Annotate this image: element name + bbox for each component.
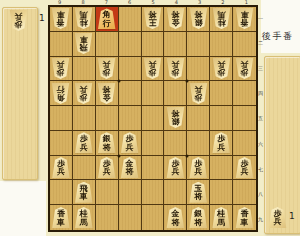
- square-99[interactable]: 香車: [50, 205, 73, 230]
- piece-sente-金将-49[interactable]: 金将: [166, 207, 185, 228]
- piece-sente-歩兵-97[interactable]: 歩兵: [51, 157, 70, 178]
- square-94[interactable]: 角行: [50, 81, 73, 106]
- piece-sente-歩兵-26[interactable]: 歩兵: [212, 132, 231, 153]
- square-61[interactable]: [119, 7, 142, 32]
- piece-gote-歩兵-93[interactable]: 歩兵: [51, 58, 70, 79]
- square-88[interactable]: 飛車: [73, 180, 96, 205]
- square-82[interactable]: 飛車: [73, 32, 96, 57]
- hoshi-dot: [186, 154, 189, 157]
- square-11[interactable]: 香車: [233, 7, 256, 32]
- square-58[interactable]: [142, 180, 165, 205]
- piece-gote-香車-91[interactable]: 香車: [51, 8, 70, 29]
- piece-sente-歩兵[interactable]: 歩兵: [268, 207, 287, 228]
- square-56[interactable]: [142, 131, 165, 156]
- square-96[interactable]: [50, 131, 73, 156]
- rank-label-5: 五: [257, 106, 264, 131]
- square-83[interactable]: [73, 57, 96, 82]
- square-95[interactable]: [50, 106, 73, 131]
- square-98[interactable]: [50, 180, 73, 205]
- piece-gote-歩兵-13[interactable]: 歩兵: [235, 58, 254, 79]
- piece-gote-王将-51[interactable]: 王将: [143, 8, 162, 29]
- hoshi-dot: [117, 80, 120, 83]
- piece-sente-銀将-76[interactable]: 銀将: [97, 132, 116, 153]
- piece-sente-歩兵-47[interactable]: 歩兵: [166, 157, 185, 178]
- square-35[interactable]: [187, 106, 210, 131]
- square-62[interactable]: [119, 32, 142, 57]
- piece-gote-歩兵-34[interactable]: 歩兵: [189, 83, 208, 104]
- piece-gote-歩兵[interactable]: 歩兵: [9, 10, 28, 31]
- square-49[interactable]: 金将: [164, 205, 187, 230]
- gote-hand-piece-slot: 歩兵: [9, 10, 28, 31]
- sente-hand-count: 1: [289, 211, 295, 221]
- square-57[interactable]: [142, 156, 165, 181]
- square-32[interactable]: [187, 32, 210, 57]
- sente-hand-piece-slot: 歩兵: [268, 207, 287, 228]
- square-26[interactable]: 歩兵: [210, 131, 233, 156]
- square-59[interactable]: [142, 205, 165, 230]
- piece-sente-角行-71[interactable]: 角行: [97, 8, 116, 29]
- square-78[interactable]: [96, 180, 119, 205]
- square-97[interactable]: 歩兵: [50, 156, 73, 181]
- square-16[interactable]: [233, 131, 256, 156]
- square-86[interactable]: 歩兵: [73, 131, 96, 156]
- square-63[interactable]: [119, 57, 142, 82]
- square-68[interactable]: [119, 180, 142, 205]
- square-38[interactable]: 玉将: [187, 180, 210, 205]
- piece-gote-銀将-31[interactable]: 銀将: [189, 8, 208, 29]
- square-25[interactable]: [210, 106, 233, 131]
- square-14[interactable]: [233, 81, 256, 106]
- piece-sente-歩兵-86[interactable]: 歩兵: [74, 132, 93, 153]
- square-34[interactable]: 歩兵: [187, 81, 210, 106]
- rank-label-8: 八: [257, 182, 264, 207]
- rank-label-9: 九: [257, 207, 264, 232]
- square-31[interactable]: 銀将: [187, 7, 210, 32]
- hoshi-dot: [117, 154, 120, 157]
- background-panel: [261, 0, 300, 53]
- square-33[interactable]: [187, 57, 210, 82]
- square-87[interactable]: [73, 156, 96, 181]
- square-84[interactable]: 歩兵: [73, 81, 96, 106]
- square-85[interactable]: [73, 106, 96, 131]
- square-92[interactable]: [50, 32, 73, 57]
- square-46[interactable]: [164, 131, 187, 156]
- background-panel: [0, 181, 46, 236]
- piece-gote-歩兵-43[interactable]: 歩兵: [166, 58, 185, 79]
- square-89[interactable]: 桂馬: [73, 205, 96, 230]
- square-69[interactable]: [119, 205, 142, 230]
- square-36[interactable]: [187, 131, 210, 156]
- square-74[interactable]: 金将: [96, 81, 119, 106]
- square-73[interactable]: 歩兵: [96, 57, 119, 82]
- piece-gote-角行-94[interactable]: 角行: [51, 83, 70, 104]
- square-18[interactable]: [233, 180, 256, 205]
- square-23[interactable]: 歩兵: [210, 57, 233, 82]
- square-39[interactable]: 銀将: [187, 205, 210, 230]
- piece-sente-香車-19[interactable]: 香車: [235, 207, 254, 228]
- square-66[interactable]: 歩兵: [119, 131, 142, 156]
- piece-gote-銀将-45[interactable]: 銀将: [166, 107, 185, 128]
- square-54[interactable]: [142, 81, 165, 106]
- square-22[interactable]: [210, 32, 233, 57]
- square-71[interactable]: 角行: [96, 7, 119, 32]
- square-81[interactable]: 桂馬: [73, 7, 96, 32]
- square-67[interactable]: 金将: [119, 156, 142, 181]
- square-51[interactable]: 王将: [142, 7, 165, 32]
- shogi-app: 987654321 一二三四五六七八九 香車桂馬角行王将金将銀将桂馬香車飛車歩兵…: [0, 0, 300, 236]
- piece-sente-歩兵-37[interactable]: 歩兵: [189, 157, 208, 178]
- square-24[interactable]: [210, 81, 233, 106]
- square-75[interactable]: [96, 106, 119, 131]
- rank-label-4: 四: [257, 81, 264, 106]
- square-41[interactable]: 金将: [164, 7, 187, 32]
- piece-gote-歩兵-84[interactable]: 歩兵: [74, 83, 93, 104]
- rank-label-7: 七: [257, 156, 264, 181]
- square-13[interactable]: 歩兵: [233, 57, 256, 82]
- piece-sente-歩兵-66[interactable]: 歩兵: [120, 132, 139, 153]
- square-21[interactable]: 桂馬: [210, 7, 233, 32]
- square-37[interactable]: 歩兵: [187, 156, 210, 181]
- turn-indicator: 後手番: [262, 30, 294, 43]
- rank-label-3: 三: [257, 55, 264, 80]
- square-15[interactable]: [233, 106, 256, 131]
- piece-gote-金将-41[interactable]: 金将: [166, 8, 185, 29]
- square-27[interactable]: [210, 156, 233, 181]
- square-76[interactable]: 銀将: [96, 131, 119, 156]
- square-93[interactable]: 歩兵: [50, 57, 73, 82]
- square-91[interactable]: 香車: [50, 7, 73, 32]
- piece-sente-歩兵-17[interactable]: 歩兵: [235, 157, 254, 178]
- square-64[interactable]: [119, 81, 142, 106]
- piece-gote-金将-74[interactable]: 金将: [97, 83, 116, 104]
- piece-gote-桂馬-21[interactable]: 桂馬: [212, 8, 231, 29]
- square-28[interactable]: [210, 180, 233, 205]
- square-52[interactable]: [142, 32, 165, 57]
- rank-label-1: 一: [257, 5, 264, 30]
- square-42[interactable]: [164, 32, 187, 57]
- gote-hand-tray: [2, 7, 38, 180]
- piece-gote-歩兵-53[interactable]: 歩兵: [143, 58, 162, 79]
- piece-sente-金将-67[interactable]: 金将: [120, 157, 139, 178]
- piece-sente-桂馬-89[interactable]: 桂馬: [74, 207, 93, 228]
- square-44[interactable]: [164, 81, 187, 106]
- square-65[interactable]: [119, 106, 142, 131]
- square-48[interactable]: [164, 180, 187, 205]
- square-79[interactable]: [96, 205, 119, 230]
- board-grid: 香車桂馬角行王将金将銀将桂馬香車飛車歩兵歩兵歩兵歩兵歩兵歩兵角行歩兵金将歩兵銀将…: [48, 5, 258, 232]
- piece-gote-歩兵-73[interactable]: 歩兵: [97, 58, 116, 79]
- square-47[interactable]: 歩兵: [164, 156, 187, 181]
- piece-sente-銀将-39[interactable]: 銀将: [189, 207, 208, 228]
- square-77[interactable]: 歩兵: [96, 156, 119, 181]
- square-45[interactable]: 銀将: [164, 106, 187, 131]
- square-19[interactable]: 香車: [233, 205, 256, 230]
- piece-gote-香車-11[interactable]: 香車: [235, 8, 254, 29]
- piece-sente-飛車-88[interactable]: 飛車: [74, 182, 93, 203]
- hoshi-dot: [186, 80, 189, 83]
- gote-hand-count: 1: [39, 13, 45, 23]
- square-55[interactable]: [142, 106, 165, 131]
- square-12[interactable]: [233, 32, 256, 57]
- square-29[interactable]: 桂馬: [210, 205, 233, 230]
- piece-sente-歩兵-77[interactable]: 歩兵: [97, 157, 116, 178]
- piece-sente-玉将-38[interactable]: 玉将: [189, 182, 208, 203]
- piece-gote-歩兵-23[interactable]: 歩兵: [212, 58, 231, 79]
- piece-sente-桂馬-29[interactable]: 桂馬: [212, 207, 231, 228]
- piece-gote-飛車-82[interactable]: 飛車: [74, 33, 93, 54]
- piece-sente-香車-99[interactable]: 香車: [51, 207, 70, 228]
- rank-label-6: 六: [257, 131, 264, 156]
- square-72[interactable]: [96, 32, 119, 57]
- square-17[interactable]: 歩兵: [233, 156, 256, 181]
- piece-gote-桂馬-81[interactable]: 桂馬: [74, 8, 93, 29]
- square-43[interactable]: 歩兵: [164, 57, 187, 82]
- square-53[interactable]: 歩兵: [142, 57, 165, 82]
